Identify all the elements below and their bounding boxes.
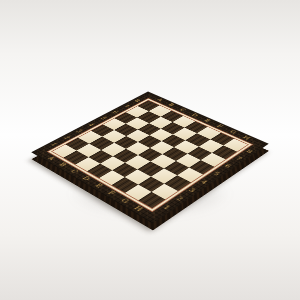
rank-label: 3: [187, 188, 196, 194]
rank-label: 8: [245, 149, 254, 154]
file-label: B: [57, 162, 67, 167]
rank-label: 2: [174, 196, 184, 202]
file-label: E: [93, 183, 103, 189]
rank-label: 7: [234, 156, 243, 161]
file-label: A: [46, 156, 55, 161]
rank-label: 5: [212, 171, 221, 176]
board-playing-field: [51, 100, 249, 209]
chessboard: AABBCCDDEEFFGGHH8877665544332211: [31, 91, 268, 223]
rank-label: 6: [223, 164, 232, 169]
product-photo-background: AABBCCDDEEFFGGHH8877665544332211: [0, 0, 300, 300]
file-label: F: [106, 190, 116, 196]
board-inlay-line: [47, 98, 253, 212]
rank-label: 4: [200, 179, 209, 185]
rank-label: 1: [161, 205, 171, 211]
board-perspective-wrapper: AABBCCDDEEFFGGHH8877665544332211: [0, 0, 300, 300]
